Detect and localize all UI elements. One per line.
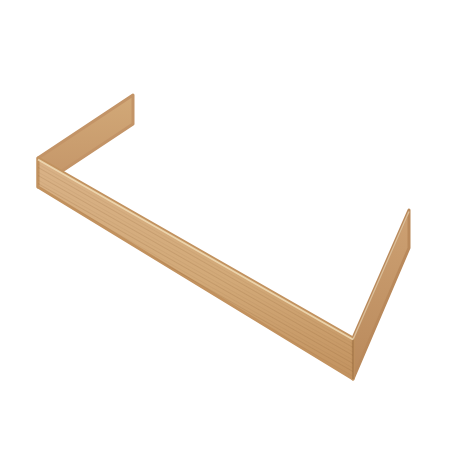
photo-backdrop [0,0,450,450]
tray-side-faces [0,0,450,450]
side-right-face [353,210,409,379]
front-top-edge-highlight [38,160,353,340]
side-front-grain [38,158,353,379]
right-top-edge-highlight [353,212,409,340]
